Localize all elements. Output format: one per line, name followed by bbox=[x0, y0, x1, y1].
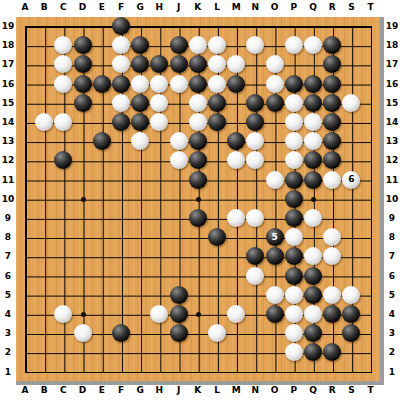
stone-white-D3 bbox=[74, 324, 92, 342]
stone-white-O16 bbox=[266, 75, 284, 93]
stone-white-Q14 bbox=[304, 113, 322, 131]
stone-white-P8 bbox=[285, 228, 303, 246]
col-label-top-T: T bbox=[363, 1, 379, 13]
stone-black-Q11 bbox=[304, 171, 322, 189]
stone-black-D18 bbox=[74, 36, 92, 54]
col-label-bottom-N: N bbox=[247, 384, 263, 396]
stone-black-P11 bbox=[285, 171, 303, 189]
stone-black-O15 bbox=[266, 94, 284, 112]
row-label-right-18: 18 bbox=[384, 39, 400, 51]
col-label-top-E: E bbox=[94, 1, 110, 13]
stone-black-D17 bbox=[74, 55, 92, 73]
stone-black-O7 bbox=[266, 247, 284, 265]
stone-white-R5 bbox=[323, 286, 341, 304]
col-label-top-A: A bbox=[17, 1, 33, 13]
row-label-right-4: 4 bbox=[384, 308, 400, 320]
stone-black-O4 bbox=[266, 305, 284, 323]
stone-black-R16 bbox=[323, 75, 341, 93]
stone-black-E13 bbox=[93, 132, 111, 150]
col-label-bottom-O: O bbox=[267, 384, 283, 396]
go-board[interactable]: 65 bbox=[16, 17, 384, 385]
star-point-K4 bbox=[196, 312, 201, 317]
stone-black-E16 bbox=[93, 75, 111, 93]
row-label-left-12: 12 bbox=[0, 154, 16, 166]
col-label-bottom-D: D bbox=[75, 384, 91, 396]
row-label-right-5: 5 bbox=[384, 289, 400, 301]
star-point-D10 bbox=[81, 197, 86, 202]
row-label-right-13: 13 bbox=[384, 135, 400, 147]
stone-black-F16 bbox=[112, 75, 130, 93]
col-label-bottom-F: F bbox=[113, 384, 129, 396]
col-label-bottom-J: J bbox=[171, 384, 187, 396]
stone-white-N6 bbox=[246, 267, 264, 285]
stone-black-L14 bbox=[208, 113, 226, 131]
star-point-K10 bbox=[196, 197, 201, 202]
col-label-bottom-G: G bbox=[132, 384, 148, 396]
row-label-right-1: 1 bbox=[384, 366, 400, 378]
row-label-right-7: 7 bbox=[384, 250, 400, 262]
row-label-right-12: 12 bbox=[384, 154, 400, 166]
col-label-bottom-B: B bbox=[36, 384, 52, 396]
row-label-right-19: 19 bbox=[384, 20, 400, 32]
col-label-bottom-H: H bbox=[151, 384, 167, 396]
row-label-right-9: 9 bbox=[384, 212, 400, 224]
col-label-top-J: J bbox=[171, 1, 187, 13]
col-label-top-M: M bbox=[228, 1, 244, 13]
col-label-top-P: P bbox=[286, 1, 302, 13]
row-label-left-2: 2 bbox=[0, 346, 16, 358]
stone-black-D16 bbox=[74, 75, 92, 93]
stone-white-C16 bbox=[54, 75, 72, 93]
col-label-bottom-K: K bbox=[190, 384, 206, 396]
row-label-right-15: 15 bbox=[384, 97, 400, 109]
stone-black-R15 bbox=[323, 94, 341, 112]
stone-black-J4 bbox=[170, 305, 188, 323]
stone-black-P9 bbox=[285, 209, 303, 227]
row-label-left-10: 10 bbox=[0, 193, 16, 205]
col-label-top-L: L bbox=[209, 1, 225, 13]
row-label-right-8: 8 bbox=[384, 231, 400, 243]
stone-white-R11 bbox=[323, 171, 341, 189]
row-label-right-6: 6 bbox=[384, 270, 400, 282]
star-point-Q10 bbox=[311, 197, 316, 202]
row-label-left-15: 15 bbox=[0, 97, 16, 109]
col-label-bottom-M: M bbox=[228, 384, 244, 396]
stone-white-P3 bbox=[285, 324, 303, 342]
stone-white-P5 bbox=[285, 286, 303, 304]
row-label-left-8: 8 bbox=[0, 231, 16, 243]
col-label-top-N: N bbox=[247, 1, 263, 13]
stone-white-P18 bbox=[285, 36, 303, 54]
col-label-top-G: G bbox=[132, 1, 148, 13]
row-label-left-11: 11 bbox=[0, 174, 16, 186]
row-label-right-16: 16 bbox=[384, 78, 400, 90]
row-label-right-10: 10 bbox=[384, 193, 400, 205]
stone-black-K16 bbox=[189, 75, 207, 93]
row-label-left-4: 4 bbox=[0, 308, 16, 320]
col-label-top-Q: Q bbox=[305, 1, 321, 13]
col-label-top-C: C bbox=[55, 1, 71, 13]
row-label-left-13: 13 bbox=[0, 135, 16, 147]
stone-black-J17 bbox=[170, 55, 188, 73]
go-board-diagram: ABCDEFGHJKLMNOPQRST ABCDEFGHJKLMNOPQRST … bbox=[0, 0, 400, 400]
row-label-left-16: 16 bbox=[0, 78, 16, 90]
col-label-bottom-L: L bbox=[209, 384, 225, 396]
stone-white-J16 bbox=[170, 75, 188, 93]
stone-black-J3 bbox=[170, 324, 188, 342]
stone-white-K15 bbox=[189, 94, 207, 112]
stone-black-Q15 bbox=[304, 94, 322, 112]
stone-black-F14 bbox=[112, 113, 130, 131]
col-label-top-O: O bbox=[267, 1, 283, 13]
stone-white-P14 bbox=[285, 113, 303, 131]
stone-white-G16 bbox=[131, 75, 149, 93]
row-label-left-17: 17 bbox=[0, 58, 16, 70]
move-number-label: 5 bbox=[266, 228, 284, 246]
row-label-right-3: 3 bbox=[384, 327, 400, 339]
col-label-top-F: F bbox=[113, 1, 129, 13]
col-label-bottom-R: R bbox=[324, 384, 340, 396]
col-label-top-S: S bbox=[343, 1, 359, 13]
row-label-right-11: 11 bbox=[384, 174, 400, 186]
stone-black-Q5 bbox=[304, 286, 322, 304]
stone-white-P4 bbox=[285, 305, 303, 323]
col-label-top-K: K bbox=[190, 1, 206, 13]
col-label-bottom-Q: Q bbox=[305, 384, 321, 396]
col-label-bottom-E: E bbox=[94, 384, 110, 396]
col-label-top-D: D bbox=[75, 1, 91, 13]
row-label-left-5: 5 bbox=[0, 289, 16, 301]
stone-black-M16 bbox=[227, 75, 245, 93]
stone-black-K9 bbox=[189, 209, 207, 227]
stone-black-L15 bbox=[208, 94, 226, 112]
row-label-left-6: 6 bbox=[0, 270, 16, 282]
stone-white-O11 bbox=[266, 171, 284, 189]
stone-black-D15 bbox=[74, 94, 92, 112]
row-label-left-14: 14 bbox=[0, 116, 16, 128]
stone-black-P6 bbox=[285, 267, 303, 285]
stone-white-P15 bbox=[285, 94, 303, 112]
row-label-right-17: 17 bbox=[384, 58, 400, 70]
stone-white-O17 bbox=[266, 55, 284, 73]
move-number-label: 6 bbox=[342, 171, 360, 189]
stone-black-J5 bbox=[170, 286, 188, 304]
col-label-bottom-P: P bbox=[286, 384, 302, 396]
row-label-right-14: 14 bbox=[384, 116, 400, 128]
row-label-left-7: 7 bbox=[0, 250, 16, 262]
row-label-right-2: 2 bbox=[384, 346, 400, 358]
stone-white-Q9 bbox=[304, 209, 322, 227]
col-label-bottom-C: C bbox=[55, 384, 71, 396]
stone-white-Q4 bbox=[304, 305, 322, 323]
stone-black-O8: 5 bbox=[266, 228, 284, 246]
col-label-top-R: R bbox=[324, 1, 340, 13]
stone-black-Q16 bbox=[304, 75, 322, 93]
row-label-left-18: 18 bbox=[0, 39, 16, 51]
row-label-left-1: 1 bbox=[0, 366, 16, 378]
stone-white-O5 bbox=[266, 286, 284, 304]
row-label-left-9: 9 bbox=[0, 212, 16, 224]
stone-white-L16 bbox=[208, 75, 226, 93]
stone-white-P13 bbox=[285, 132, 303, 150]
stone-white-J13 bbox=[170, 132, 188, 150]
stone-white-H16 bbox=[150, 75, 168, 93]
stone-black-P10 bbox=[285, 190, 303, 208]
col-label-bottom-S: S bbox=[343, 384, 359, 396]
row-label-left-3: 3 bbox=[0, 327, 16, 339]
stone-white-F15 bbox=[112, 94, 130, 112]
stone-black-Q6 bbox=[304, 267, 322, 285]
stone-white-K14 bbox=[189, 113, 207, 131]
star-point-D4 bbox=[81, 312, 86, 317]
stone-white-K18 bbox=[189, 36, 207, 54]
col-label-top-H: H bbox=[151, 1, 167, 13]
stone-white-S11: 6 bbox=[342, 171, 360, 189]
stone-black-P16 bbox=[285, 75, 303, 93]
col-label-bottom-A: A bbox=[17, 384, 33, 396]
stone-black-K11 bbox=[189, 171, 207, 189]
stone-black-J18 bbox=[170, 36, 188, 54]
stone-black-G15 bbox=[131, 94, 149, 112]
col-label-bottom-T: T bbox=[363, 384, 379, 396]
row-label-left-19: 19 bbox=[0, 20, 16, 32]
stone-black-F19 bbox=[112, 17, 130, 35]
col-label-top-B: B bbox=[36, 1, 52, 13]
stone-black-K13 bbox=[189, 132, 207, 150]
stone-white-J12 bbox=[170, 151, 188, 169]
